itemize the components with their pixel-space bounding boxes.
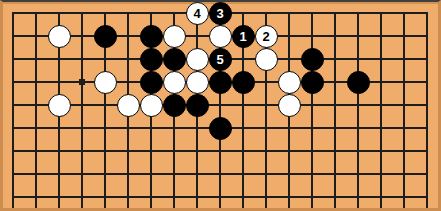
- board-point: [232, 71, 255, 94]
- board-point: [255, 117, 278, 140]
- board-point: [71, 48, 94, 71]
- board-point: [301, 117, 324, 140]
- board-point: [186, 140, 209, 163]
- board-point: [278, 48, 301, 71]
- board-point: [71, 140, 94, 163]
- white-stone: [94, 71, 117, 94]
- board-point: [140, 94, 163, 117]
- board-point: 5: [209, 48, 232, 71]
- board-point: [370, 117, 393, 140]
- board-point: [301, 94, 324, 117]
- board-point: [347, 25, 370, 48]
- board-point: [48, 163, 71, 186]
- board-point: [416, 94, 439, 117]
- board-point: [2, 25, 25, 48]
- board-point: [301, 25, 324, 48]
- board-point: [209, 163, 232, 186]
- white-stone: [163, 71, 186, 94]
- board-point: [232, 140, 255, 163]
- black-stone: [301, 48, 324, 71]
- black-stone-move-5: 5: [209, 48, 232, 71]
- board-point: [117, 25, 140, 48]
- board-point: [25, 140, 48, 163]
- board-point: [278, 25, 301, 48]
- board-point: [416, 71, 439, 94]
- board-point: [2, 94, 25, 117]
- board-point: [186, 71, 209, 94]
- board-point: [117, 71, 140, 94]
- board-point: [347, 94, 370, 117]
- black-stone-move-3: 3: [209, 2, 232, 25]
- board-point: [2, 186, 25, 209]
- board-point: [301, 140, 324, 163]
- board-point: [25, 71, 48, 94]
- board-point: [324, 2, 347, 25]
- white-stone: [48, 25, 71, 48]
- white-stone: [278, 71, 301, 94]
- white-stone-move-2: 2: [255, 25, 278, 48]
- board-point: [370, 48, 393, 71]
- board-point: [71, 71, 94, 94]
- board-point: [186, 48, 209, 71]
- board-point: [209, 186, 232, 209]
- board-point: [347, 186, 370, 209]
- board-point: [393, 71, 416, 94]
- board-point: [347, 163, 370, 186]
- board-point: [278, 94, 301, 117]
- board-point: [209, 94, 232, 117]
- board-point: [301, 48, 324, 71]
- board-point: [71, 186, 94, 209]
- board-point: [324, 140, 347, 163]
- board-point: [393, 48, 416, 71]
- board-point: [416, 163, 439, 186]
- board-point: [163, 48, 186, 71]
- board-point: [140, 186, 163, 209]
- board-point: [324, 117, 347, 140]
- board-point: [232, 117, 255, 140]
- black-stone: [94, 25, 117, 48]
- board-point: [370, 25, 393, 48]
- board-point: [117, 48, 140, 71]
- white-stone: [255, 48, 278, 71]
- board-point: [25, 48, 48, 71]
- board-point: [140, 2, 163, 25]
- board-point: [370, 2, 393, 25]
- board-point: [186, 186, 209, 209]
- board-point: [186, 25, 209, 48]
- board-point: 2: [255, 25, 278, 48]
- board-point: [163, 117, 186, 140]
- board-point: [393, 94, 416, 117]
- board-point: [2, 163, 25, 186]
- go-board: 43125: [0, 0, 441, 211]
- board-point: [324, 94, 347, 117]
- board-point: [117, 94, 140, 117]
- white-stone: [163, 25, 186, 48]
- move-number-label: 1: [239, 30, 246, 43]
- board-point: [94, 94, 117, 117]
- board-point: [25, 163, 48, 186]
- board-point: [94, 2, 117, 25]
- board-point: [347, 71, 370, 94]
- board-point: [370, 94, 393, 117]
- board-point: [48, 71, 71, 94]
- move-number-label: 2: [262, 30, 269, 43]
- board-point: [48, 140, 71, 163]
- white-stone: [186, 71, 209, 94]
- white-stone: [48, 94, 71, 117]
- board-point: 1: [232, 25, 255, 48]
- white-stone: [140, 94, 163, 117]
- board-point: [209, 25, 232, 48]
- board-point: [140, 25, 163, 48]
- board-point: [25, 186, 48, 209]
- board-point: [301, 163, 324, 186]
- black-stone: [232, 71, 255, 94]
- board-point: [163, 140, 186, 163]
- board-point: [278, 186, 301, 209]
- board-point: [71, 94, 94, 117]
- board-point: [301, 2, 324, 25]
- board-point: [163, 2, 186, 25]
- board-point: 3: [209, 2, 232, 25]
- board-point: [186, 117, 209, 140]
- board-point: [94, 71, 117, 94]
- black-stone: [209, 117, 232, 140]
- black-stone: [140, 71, 163, 94]
- board-point: [94, 186, 117, 209]
- black-stone: [301, 71, 324, 94]
- board-point: [163, 71, 186, 94]
- board-point: [94, 163, 117, 186]
- board-point: [416, 25, 439, 48]
- board-point: [163, 163, 186, 186]
- board-point: [370, 163, 393, 186]
- white-stone: [278, 94, 301, 117]
- board-point: [255, 94, 278, 117]
- board-point: [255, 186, 278, 209]
- board-point: [25, 94, 48, 117]
- board-point: [278, 117, 301, 140]
- board-point: [393, 186, 416, 209]
- board-point: [117, 2, 140, 25]
- board-point: [48, 94, 71, 117]
- board-point: [209, 71, 232, 94]
- board-point: [2, 117, 25, 140]
- board-point: [416, 2, 439, 25]
- board-point: [255, 140, 278, 163]
- board-point: [324, 163, 347, 186]
- board-point: [140, 163, 163, 186]
- board-point: [416, 186, 439, 209]
- board-point: [393, 117, 416, 140]
- board-point: [232, 48, 255, 71]
- board-point: [416, 48, 439, 71]
- board-point: [2, 140, 25, 163]
- black-stone: [140, 48, 163, 71]
- white-stone: [209, 25, 232, 48]
- board-point: [232, 163, 255, 186]
- board-point: [163, 186, 186, 209]
- board-point: [94, 117, 117, 140]
- black-stone: [140, 25, 163, 48]
- board-point: [2, 71, 25, 94]
- board-point: [71, 2, 94, 25]
- board-point: [393, 2, 416, 25]
- board-point: [347, 140, 370, 163]
- board-point: [117, 140, 140, 163]
- move-number-label: 4: [193, 7, 200, 20]
- board-point: [117, 117, 140, 140]
- board-point: [209, 117, 232, 140]
- move-number-label: 3: [216, 7, 223, 20]
- board-point: [71, 25, 94, 48]
- black-stone: [163, 48, 186, 71]
- board-point: [140, 117, 163, 140]
- board-point: [25, 2, 48, 25]
- board-point: [278, 71, 301, 94]
- board-point: [232, 2, 255, 25]
- board-point: [255, 48, 278, 71]
- black-stone-move-1: 1: [232, 25, 255, 48]
- board-point: [278, 140, 301, 163]
- board-point: [48, 186, 71, 209]
- board-point: [48, 25, 71, 48]
- board-point: [140, 48, 163, 71]
- board-point: [301, 186, 324, 209]
- board-point: [232, 94, 255, 117]
- white-stone: [186, 48, 209, 71]
- board-point: [255, 2, 278, 25]
- white-stone-move-4: 4: [186, 2, 209, 25]
- board-point: [140, 140, 163, 163]
- board-point: [278, 2, 301, 25]
- board-point: [71, 163, 94, 186]
- board-point: [232, 186, 255, 209]
- white-stone: [117, 94, 140, 117]
- board-point: [94, 140, 117, 163]
- board-point: [2, 2, 25, 25]
- board-point: [416, 140, 439, 163]
- board-point: [370, 140, 393, 163]
- board-point: [255, 163, 278, 186]
- board-point: [25, 117, 48, 140]
- board-point: [71, 117, 94, 140]
- board-point: [25, 25, 48, 48]
- board-point: [370, 71, 393, 94]
- board-point: [347, 48, 370, 71]
- board-point: [324, 48, 347, 71]
- board-point: [94, 48, 117, 71]
- board-point: [278, 163, 301, 186]
- board-point: [393, 140, 416, 163]
- board-point: [94, 25, 117, 48]
- board-point: [255, 71, 278, 94]
- black-stone: [209, 71, 232, 94]
- black-stone: [347, 71, 370, 94]
- board-point: [48, 2, 71, 25]
- board-point: [2, 48, 25, 71]
- board-point: [416, 117, 439, 140]
- board-point: [140, 71, 163, 94]
- board-point: [209, 140, 232, 163]
- board-point: [347, 117, 370, 140]
- board-point: [163, 94, 186, 117]
- board-point: [347, 2, 370, 25]
- move-number-label: 5: [216, 53, 223, 66]
- board-point: [301, 71, 324, 94]
- black-stone: [163, 94, 186, 117]
- board-point: [48, 48, 71, 71]
- board-point: 4: [186, 2, 209, 25]
- board-point: [186, 163, 209, 186]
- board-point: [117, 163, 140, 186]
- board-point: [324, 186, 347, 209]
- board-point: [186, 94, 209, 117]
- board-point: [163, 25, 186, 48]
- black-stone: [186, 94, 209, 117]
- board-point: [48, 117, 71, 140]
- board-point: [324, 25, 347, 48]
- board-point: [370, 186, 393, 209]
- board-point: [324, 71, 347, 94]
- board-intersections: 43125: [2, 2, 439, 209]
- board-point: [393, 163, 416, 186]
- board-point: [393, 25, 416, 48]
- board-point: [117, 186, 140, 209]
